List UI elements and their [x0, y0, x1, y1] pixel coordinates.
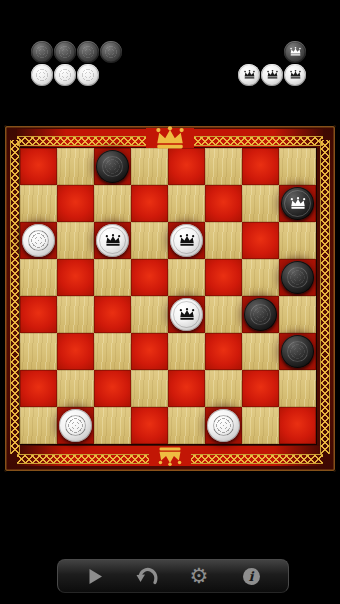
square-r2c3[interactable] [94, 185, 131, 222]
tray-men-remaining [31, 41, 122, 86]
square-r8c4[interactable] [131, 407, 168, 444]
tray-black-man [31, 41, 53, 63]
square-r4c1[interactable] [20, 259, 57, 296]
tray-white-man [31, 64, 53, 86]
square-r7c3[interactable] [94, 370, 131, 407]
app-screen: ⚙i [0, 0, 340, 604]
square-r4c8[interactable] [279, 259, 316, 296]
square-r2c4[interactable] [131, 185, 168, 222]
square-r7c4[interactable] [131, 370, 168, 407]
square-r6c3[interactable] [94, 333, 131, 370]
square-r2c8[interactable] [279, 185, 316, 222]
square-r8c2[interactable] [57, 407, 94, 444]
crown-icon [104, 234, 122, 247]
square-r6c2[interactable] [57, 333, 94, 370]
square-r8c7[interactable] [242, 407, 279, 444]
crown-icon [243, 70, 256, 79]
tray-black-man [54, 41, 76, 63]
square-r3c1[interactable] [20, 222, 57, 259]
white-king[interactable] [96, 224, 129, 257]
tray-white-man [77, 64, 99, 86]
square-r1c7[interactable] [242, 148, 279, 185]
tray-black-man [100, 41, 122, 63]
square-r5c8[interactable] [279, 296, 316, 333]
tray-white-king [261, 64, 283, 86]
tray-white-man [54, 64, 76, 86]
white-man[interactable] [59, 409, 92, 442]
crown-icon [156, 446, 184, 466]
black-man[interactable] [96, 150, 129, 183]
board-frame [4, 125, 336, 472]
square-r7c6[interactable] [205, 370, 242, 407]
chain-border-right [320, 140, 330, 454]
square-r5c7[interactable] [242, 296, 279, 333]
white-man[interactable] [22, 224, 55, 257]
square-r8c3[interactable] [94, 407, 131, 444]
undo-icon [136, 567, 159, 586]
square-r1c4[interactable] [131, 148, 168, 185]
square-r5c5[interactable] [168, 296, 205, 333]
square-r3c3[interactable] [94, 222, 131, 259]
square-r2c6[interactable] [205, 185, 242, 222]
square-r4c4[interactable] [131, 259, 168, 296]
crown-icon [178, 308, 196, 321]
square-r5c6[interactable] [205, 296, 242, 333]
square-r1c5[interactable] [168, 148, 205, 185]
white-king[interactable] [170, 224, 203, 257]
square-r4c5[interactable] [168, 259, 205, 296]
square-r4c3[interactable] [94, 259, 131, 296]
play-button[interactable] [80, 563, 110, 589]
square-r2c2[interactable] [57, 185, 94, 222]
white-man[interactable] [207, 409, 240, 442]
square-r4c6[interactable] [205, 259, 242, 296]
crown-icon [153, 126, 187, 150]
square-r6c4[interactable] [131, 333, 168, 370]
tray-row [238, 64, 306, 86]
square-r8c1[interactable] [20, 407, 57, 444]
square-r7c7[interactable] [242, 370, 279, 407]
square-r5c1[interactable] [20, 296, 57, 333]
square-r3c8[interactable] [279, 222, 316, 259]
square-r6c6[interactable] [205, 333, 242, 370]
inverted-crown-emblem-icon [149, 447, 191, 465]
crown-icon [266, 70, 279, 79]
tray-black-king [284, 41, 306, 63]
square-r3c6[interactable] [205, 222, 242, 259]
tray-black-man [77, 41, 99, 63]
tray-white-king [238, 64, 260, 86]
white-king[interactable] [170, 298, 203, 331]
tray-white-king [284, 64, 306, 86]
square-r5c4[interactable] [131, 296, 168, 333]
black-man[interactable] [281, 335, 314, 368]
square-r6c5[interactable] [168, 333, 205, 370]
square-r4c7[interactable] [242, 259, 279, 296]
black-man[interactable] [244, 298, 277, 331]
square-r7c8[interactable] [279, 370, 316, 407]
gear-icon: ⚙ [190, 566, 209, 587]
square-r7c1[interactable] [20, 370, 57, 407]
square-r3c4[interactable] [131, 222, 168, 259]
square-r8c8[interactable] [279, 407, 316, 444]
square-r7c5[interactable] [168, 370, 205, 407]
square-r4c2[interactable] [57, 259, 94, 296]
undo-button[interactable] [132, 563, 162, 589]
info-icon: i [243, 568, 260, 585]
square-r1c8[interactable] [279, 148, 316, 185]
square-r3c5[interactable] [168, 222, 205, 259]
square-r6c7[interactable] [242, 333, 279, 370]
square-r3c7[interactable] [242, 222, 279, 259]
board [20, 148, 316, 444]
tray-kings-remaining [238, 41, 306, 86]
settings-button[interactable]: ⚙ [184, 563, 214, 589]
square-r1c6[interactable] [205, 148, 242, 185]
square-r1c3[interactable] [94, 148, 131, 185]
info-button[interactable]: i [236, 563, 266, 589]
square-r6c1[interactable] [20, 333, 57, 370]
crown-emblem-icon [146, 128, 194, 148]
tray-row [31, 41, 122, 63]
crown-icon [289, 197, 307, 210]
square-r2c1[interactable] [20, 185, 57, 222]
square-r5c3[interactable] [94, 296, 131, 333]
square-r8c5[interactable] [168, 407, 205, 444]
square-r2c7[interactable] [242, 185, 279, 222]
square-r2c5[interactable] [168, 185, 205, 222]
tray-row [31, 64, 99, 86]
square-r1c2[interactable] [57, 148, 94, 185]
chain-border-left [10, 140, 20, 454]
black-man[interactable] [281, 261, 314, 294]
square-r1c1[interactable] [20, 148, 57, 185]
square-r6c8[interactable] [279, 333, 316, 370]
play-icon [88, 568, 103, 585]
square-r3c2[interactable] [57, 222, 94, 259]
tray-row [284, 41, 306, 63]
crown-icon [289, 70, 302, 79]
black-king[interactable] [281, 187, 314, 220]
toolbar: ⚙i [57, 559, 289, 593]
square-r8c6[interactable] [205, 407, 242, 444]
crown-icon [289, 47, 302, 56]
crown-icon [178, 234, 196, 247]
square-r7c2[interactable] [57, 370, 94, 407]
square-r5c2[interactable] [57, 296, 94, 333]
